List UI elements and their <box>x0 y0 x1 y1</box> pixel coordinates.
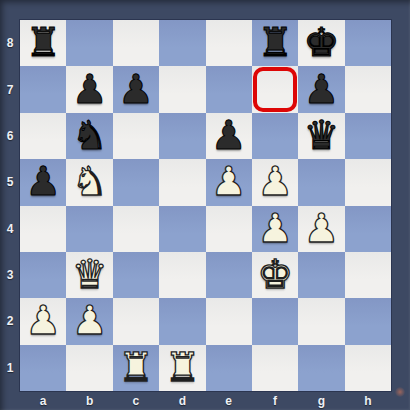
square-e7[interactable] <box>206 66 252 112</box>
piece-black-rook[interactable]: ♜ <box>25 22 61 62</box>
square-d8[interactable] <box>159 20 205 66</box>
square-h2[interactable] <box>345 298 391 344</box>
file-label-h: h <box>345 391 391 410</box>
square-d6[interactable] <box>159 113 205 159</box>
file-labels: abcdefgh <box>20 391 391 410</box>
square-b4[interactable] <box>66 206 112 252</box>
piece-black-queen[interactable]: ♛ <box>304 115 340 155</box>
square-b8[interactable] <box>66 20 112 66</box>
square-f3[interactable]: ♚ <box>252 252 298 298</box>
piece-black-pawn[interactable]: ♟ <box>25 161 61 201</box>
square-h5[interactable] <box>345 159 391 205</box>
square-e2[interactable] <box>206 298 252 344</box>
piece-white-pawn[interactable]: ♟ <box>257 208 293 248</box>
square-a8[interactable]: ♜ <box>20 20 66 66</box>
square-c5[interactable] <box>113 159 159 205</box>
square-b6[interactable]: ♞ <box>66 113 112 159</box>
square-c2[interactable] <box>113 298 159 344</box>
square-c6[interactable] <box>113 113 159 159</box>
chess-board: ♜♜♚♟♟♟♞♟♛♟♞♟♟♟♟♛♚♟♟♜♜ <box>20 20 391 391</box>
file-label-d: d <box>159 391 205 410</box>
square-b7[interactable]: ♟ <box>66 66 112 112</box>
square-e8[interactable] <box>206 20 252 66</box>
square-h4[interactable] <box>345 206 391 252</box>
square-g5[interactable] <box>298 159 344 205</box>
square-h3[interactable] <box>345 252 391 298</box>
piece-white-pawn[interactable]: ♟ <box>25 300 61 340</box>
rank-label-6: 6 <box>0 113 20 159</box>
square-h1[interactable] <box>345 345 391 391</box>
rank-label-8: 8 <box>0 20 20 66</box>
rank-label-3: 3 <box>0 252 20 298</box>
piece-white-rook[interactable]: ♜ <box>164 347 200 387</box>
rank-label-7: 7 <box>0 66 20 112</box>
square-f8[interactable]: ♜ <box>252 20 298 66</box>
piece-black-rook[interactable]: ♜ <box>257 22 293 62</box>
corner-dot <box>395 387 405 397</box>
piece-white-pawn[interactable]: ♟ <box>72 300 108 340</box>
piece-black-knight[interactable]: ♞ <box>72 115 108 155</box>
square-c3[interactable] <box>113 252 159 298</box>
square-b2[interactable]: ♟ <box>66 298 112 344</box>
square-g7[interactable]: ♟ <box>298 66 344 112</box>
square-h6[interactable] <box>345 113 391 159</box>
square-d2[interactable] <box>159 298 205 344</box>
square-a2[interactable]: ♟ <box>20 298 66 344</box>
rank-labels: 87654321 <box>0 20 20 391</box>
square-c4[interactable] <box>113 206 159 252</box>
square-g1[interactable] <box>298 345 344 391</box>
piece-white-knight[interactable]: ♞ <box>72 161 108 201</box>
square-f1[interactable] <box>252 345 298 391</box>
square-a1[interactable] <box>20 345 66 391</box>
square-d1[interactable]: ♜ <box>159 345 205 391</box>
square-g8[interactable]: ♚ <box>298 20 344 66</box>
file-label-e: e <box>206 391 252 410</box>
square-a5[interactable]: ♟ <box>20 159 66 205</box>
piece-white-king[interactable]: ♚ <box>257 254 293 294</box>
square-d3[interactable] <box>159 252 205 298</box>
piece-black-pawn[interactable]: ♟ <box>211 115 247 155</box>
piece-black-pawn[interactable]: ♟ <box>72 69 108 109</box>
file-label-b: b <box>66 391 112 410</box>
square-a7[interactable] <box>20 66 66 112</box>
square-e4[interactable] <box>206 206 252 252</box>
square-e3[interactable] <box>206 252 252 298</box>
square-g3[interactable] <box>298 252 344 298</box>
square-b3[interactable]: ♛ <box>66 252 112 298</box>
piece-white-queen[interactable]: ♛ <box>72 254 108 294</box>
square-d7[interactable] <box>159 66 205 112</box>
square-c1[interactable]: ♜ <box>113 345 159 391</box>
square-a6[interactable] <box>20 113 66 159</box>
square-g4[interactable]: ♟ <box>298 206 344 252</box>
square-c7[interactable]: ♟ <box>113 66 159 112</box>
highlight-ring <box>253 67 297 111</box>
piece-black-pawn[interactable]: ♟ <box>304 69 340 109</box>
square-f5[interactable]: ♟ <box>252 159 298 205</box>
square-b5[interactable]: ♞ <box>66 159 112 205</box>
square-f4[interactable]: ♟ <box>252 206 298 252</box>
square-d4[interactable] <box>159 206 205 252</box>
file-label-a: a <box>20 391 66 410</box>
square-h7[interactable] <box>345 66 391 112</box>
square-e6[interactable]: ♟ <box>206 113 252 159</box>
rank-label-1: 1 <box>0 345 20 391</box>
rank-label-4: 4 <box>0 206 20 252</box>
piece-black-king[interactable]: ♚ <box>304 22 340 62</box>
square-g2[interactable] <box>298 298 344 344</box>
piece-white-pawn[interactable]: ♟ <box>304 208 340 248</box>
square-d5[interactable] <box>159 159 205 205</box>
piece-white-rook[interactable]: ♜ <box>118 347 154 387</box>
board-frame: 87654321 ♜♜♚♟♟♟♞♟♛♟♞♟♟♟♟♛♚♟♟♜♜ abcdefgh <box>0 0 410 410</box>
rank-label-5: 5 <box>0 159 20 205</box>
square-f2[interactable] <box>252 298 298 344</box>
square-c8[interactable] <box>113 20 159 66</box>
file-label-f: f <box>252 391 298 410</box>
file-label-c: c <box>113 391 159 410</box>
rank-label-2: 2 <box>0 298 20 344</box>
square-b1[interactable] <box>66 345 112 391</box>
square-e1[interactable] <box>206 345 252 391</box>
square-e5[interactable]: ♟ <box>206 159 252 205</box>
square-a4[interactable] <box>20 206 66 252</box>
square-g6[interactable]: ♛ <box>298 113 344 159</box>
square-a3[interactable] <box>20 252 66 298</box>
square-h8[interactable] <box>345 20 391 66</box>
file-label-g: g <box>298 391 344 410</box>
piece-black-pawn[interactable]: ♟ <box>118 69 154 109</box>
piece-white-pawn[interactable]: ♟ <box>257 161 293 201</box>
square-f7[interactable] <box>252 66 298 112</box>
piece-white-pawn[interactable]: ♟ <box>211 161 247 201</box>
square-f6[interactable] <box>252 113 298 159</box>
